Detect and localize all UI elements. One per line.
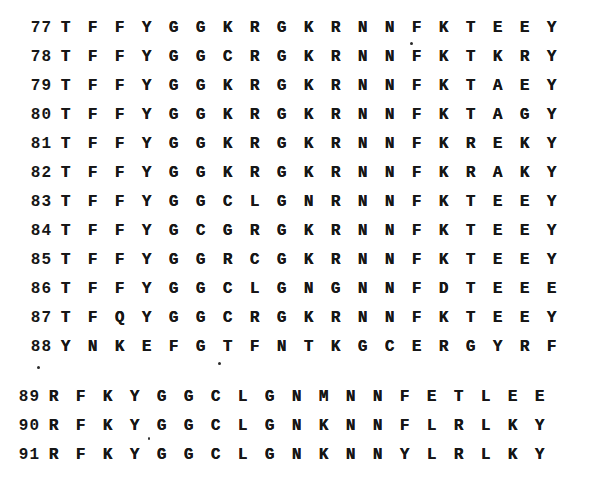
residue-cell: K — [430, 309, 457, 327]
residue-cell: N — [349, 309, 376, 327]
residue-cell: R — [241, 19, 268, 37]
row-number: 86 — [0, 280, 52, 298]
residue-cell: N — [376, 280, 403, 298]
row-number: 82 — [0, 164, 52, 182]
residue-cell: Y — [538, 135, 565, 153]
residue-cell: F — [403, 280, 430, 298]
residue-cell: Y — [133, 309, 160, 327]
residue-cell: G — [160, 280, 187, 298]
residue-cell: F — [403, 222, 430, 240]
scan-speck — [37, 366, 40, 369]
residue-cell: F — [403, 77, 430, 95]
residue-cell: R — [241, 164, 268, 182]
residue-cell: G — [268, 309, 295, 327]
sequence-row: 86TFFYGGCLGNGNNFDTEEE — [0, 274, 565, 303]
residue-cell: L — [229, 388, 256, 406]
residue-cell: K — [295, 251, 322, 269]
residue-cell: G — [349, 338, 376, 356]
residue-cell: R — [241, 106, 268, 124]
residue-cell: Y — [526, 417, 553, 435]
residue-cell: R — [40, 446, 67, 464]
residue-cell: F — [79, 193, 106, 211]
residue-cell: Y — [538, 222, 565, 240]
residue-cell: K — [94, 417, 121, 435]
residue-cell: Y — [121, 388, 148, 406]
residue-cell: F — [106, 193, 133, 211]
residue-cell: Y — [133, 106, 160, 124]
residue-cell: G — [160, 77, 187, 95]
residue-cell: Y — [538, 164, 565, 182]
residue-cell: N — [349, 280, 376, 298]
sequence-row: 87TFQYGGCRGKRNNFKTEEY — [0, 303, 565, 332]
residue-cell: C — [202, 388, 229, 406]
residue-cell: T — [457, 309, 484, 327]
residue-cell: G — [187, 77, 214, 95]
row-number: 85 — [0, 251, 52, 269]
sequence-row: 91RFKYGGCLGNKNNYLRLKY — [0, 440, 565, 469]
residue-cell: K — [295, 19, 322, 37]
residue-cell: T — [52, 193, 79, 211]
residue-cell: G — [268, 222, 295, 240]
residue-cell: F — [106, 251, 133, 269]
residue-cell: R — [322, 77, 349, 95]
residue-cell: F — [79, 280, 106, 298]
row-number: 84 — [0, 222, 52, 240]
residue-cell: G — [268, 193, 295, 211]
residue-cell: Y — [391, 446, 418, 464]
residue-cell: R — [322, 193, 349, 211]
residue-cell: Y — [133, 193, 160, 211]
row-number: 91 — [0, 446, 40, 464]
residue-cell: G — [268, 77, 295, 95]
residue-cell: N — [349, 222, 376, 240]
residue-cell: A — [484, 77, 511, 95]
residue-cell: E — [511, 280, 538, 298]
residue-cell: Y — [52, 338, 79, 356]
residue-cell: N — [349, 164, 376, 182]
residue-cell: N — [376, 106, 403, 124]
residue-cell: K — [499, 417, 526, 435]
residue-cell: F — [106, 164, 133, 182]
residue-cell: C — [214, 48, 241, 66]
residue-cell: K — [295, 309, 322, 327]
residue-cell: G — [511, 106, 538, 124]
residue-cell: R — [241, 135, 268, 153]
residue-cell: T — [52, 48, 79, 66]
residue-cell: K — [430, 164, 457, 182]
residue-cell: K — [310, 417, 337, 435]
residue-cell: C — [187, 222, 214, 240]
residue-cell: N — [376, 135, 403, 153]
residue-cell: G — [160, 106, 187, 124]
residue-cell: F — [79, 106, 106, 124]
residue-cell: F — [79, 48, 106, 66]
residue-cell: F — [79, 222, 106, 240]
residue-cell: L — [229, 446, 256, 464]
residue-cell: G — [160, 19, 187, 37]
residue-cell: R — [457, 135, 484, 153]
residue-cell: R — [241, 77, 268, 95]
residue-cell: G — [160, 135, 187, 153]
residue-cell: N — [349, 251, 376, 269]
scan-speck — [218, 362, 221, 365]
residue-cell: F — [106, 19, 133, 37]
residue-cell: G — [268, 135, 295, 153]
residue-cell: G — [268, 48, 295, 66]
residue-cell: K — [106, 338, 133, 356]
residue-cell: K — [511, 135, 538, 153]
residue-cell: F — [403, 19, 430, 37]
residue-cell: F — [106, 48, 133, 66]
sequence-row: 84TFFYGCGRGKRNNFKTEEY — [0, 216, 565, 245]
residue-cell: Y — [121, 446, 148, 464]
residue-cell: N — [349, 77, 376, 95]
residue-cell: T — [457, 77, 484, 95]
residue-cell: G — [175, 446, 202, 464]
residue-cell: F — [106, 106, 133, 124]
residue-cell: G — [268, 19, 295, 37]
residue-cell: R — [40, 388, 67, 406]
residue-cell: G — [160, 251, 187, 269]
residue-cell: R — [322, 309, 349, 327]
residue-cell: R — [322, 106, 349, 124]
residue-cell: N — [364, 446, 391, 464]
residue-cell: G — [187, 48, 214, 66]
residue-cell: E — [511, 19, 538, 37]
residue-cell: K — [295, 77, 322, 95]
residue-cell: C — [214, 193, 241, 211]
residue-cell: T — [52, 77, 79, 95]
residue-cell: K — [94, 388, 121, 406]
residue-cell: E — [511, 77, 538, 95]
residue-cell: R — [241, 222, 268, 240]
residue-cell: R — [241, 48, 268, 66]
residue-cell: F — [106, 135, 133, 153]
residue-cell: K — [499, 446, 526, 464]
residue-cell: G — [187, 309, 214, 327]
residue-cell: N — [376, 193, 403, 211]
residue-cell: K — [214, 106, 241, 124]
residue-cell: K — [94, 446, 121, 464]
residue-cell: F — [160, 338, 187, 356]
residue-cell: G — [148, 417, 175, 435]
residue-cell: G — [148, 446, 175, 464]
residue-cell: K — [430, 193, 457, 211]
residue-cell: G — [160, 48, 187, 66]
residue-cell: F — [403, 251, 430, 269]
residue-cell: K — [322, 338, 349, 356]
residue-cell: N — [79, 338, 106, 356]
residue-cell: E — [538, 280, 565, 298]
residue-cell: F — [241, 338, 268, 356]
residue-cell: D — [430, 280, 457, 298]
residue-cell: E — [484, 280, 511, 298]
residue-cell: F — [79, 164, 106, 182]
residue-cell: E — [511, 222, 538, 240]
residue-cell: F — [403, 164, 430, 182]
row-number: 77 — [0, 19, 52, 37]
row-number: 87 — [0, 309, 52, 327]
residue-cell: N — [349, 106, 376, 124]
residue-cell: N — [349, 48, 376, 66]
residue-cell: E — [511, 193, 538, 211]
residue-cell: L — [472, 446, 499, 464]
residue-cell: R — [430, 338, 457, 356]
residue-cell: N — [376, 164, 403, 182]
residue-cell: R — [445, 417, 472, 435]
row-number: 79 — [0, 77, 52, 95]
residue-cell: N — [376, 309, 403, 327]
residue-cell: N — [337, 446, 364, 464]
residue-cell: Y — [133, 135, 160, 153]
residue-cell: E — [484, 193, 511, 211]
residue-cell: G — [187, 135, 214, 153]
residue-cell: G — [322, 280, 349, 298]
residue-cell: Y — [133, 251, 160, 269]
residue-cell: R — [322, 48, 349, 66]
residue-cell: G — [160, 309, 187, 327]
residue-cell: E — [511, 309, 538, 327]
residue-cell: C — [202, 446, 229, 464]
residue-cell: Y — [133, 77, 160, 95]
residue-cell: K — [430, 48, 457, 66]
residue-cell: L — [229, 417, 256, 435]
residue-cell: G — [160, 222, 187, 240]
residue-cell: R — [511, 338, 538, 356]
residue-cell: R — [445, 446, 472, 464]
residue-cell: N — [349, 135, 376, 153]
residue-cell: F — [79, 135, 106, 153]
residue-cell: G — [268, 106, 295, 124]
residue-cell: K — [430, 135, 457, 153]
residue-cell: N — [337, 417, 364, 435]
residue-cell: Y — [133, 222, 160, 240]
residue-cell: T — [52, 135, 79, 153]
residue-cell: G — [268, 251, 295, 269]
residue-cell: K — [484, 48, 511, 66]
residue-cell: N — [295, 280, 322, 298]
residue-cell: G — [148, 388, 175, 406]
residue-cell: G — [268, 164, 295, 182]
residue-cell: F — [67, 388, 94, 406]
residue-cell: G — [187, 338, 214, 356]
residue-cell: R — [40, 417, 67, 435]
residue-cell: T — [295, 338, 322, 356]
residue-cell: F — [403, 309, 430, 327]
residue-cell: R — [214, 251, 241, 269]
residue-cell: G — [457, 338, 484, 356]
sequence-row: 89RFKYGGCLGNMNNFETLEE — [0, 382, 565, 411]
residue-cell: C — [241, 251, 268, 269]
row-number: 88 — [0, 338, 52, 356]
residue-cell: R — [322, 135, 349, 153]
residue-cell: G — [175, 417, 202, 435]
sequence-row: 82TFFYGGKRGKRNNFKRAKY — [0, 158, 565, 187]
residue-cell: Y — [538, 193, 565, 211]
residue-cell: T — [445, 388, 472, 406]
sequence-row: 90RFKYGGCLGNKNNFLRLKY — [0, 411, 565, 440]
residue-cell: F — [403, 135, 430, 153]
residue-cell: L — [472, 388, 499, 406]
residue-cell: T — [52, 19, 79, 37]
residue-cell: E — [133, 338, 160, 356]
residue-cell: F — [106, 77, 133, 95]
residue-cell: K — [295, 222, 322, 240]
residue-cell: G — [256, 388, 283, 406]
sequence-row: 88YNKEFGTFNTKGCERGYRF — [0, 332, 565, 361]
residue-cell: T — [52, 251, 79, 269]
row-number: 81 — [0, 135, 52, 153]
residue-cell: Y — [133, 164, 160, 182]
residue-cell: Y — [133, 19, 160, 37]
residue-cell: E — [418, 388, 445, 406]
residue-cell: Y — [538, 106, 565, 124]
residue-cell: K — [430, 251, 457, 269]
residue-cell: F — [79, 309, 106, 327]
residue-cell: Y — [538, 19, 565, 37]
residue-cell: L — [418, 446, 445, 464]
residue-cell: K — [430, 222, 457, 240]
residue-cell: F — [106, 222, 133, 240]
residue-cell: K — [310, 446, 337, 464]
residue-cell: G — [187, 164, 214, 182]
residue-cell: C — [202, 417, 229, 435]
residue-cell: N — [283, 388, 310, 406]
residue-cell: N — [364, 388, 391, 406]
residue-cell: G — [256, 446, 283, 464]
scan-speck — [410, 42, 413, 45]
residue-cell: K — [214, 77, 241, 95]
residue-cell: G — [160, 164, 187, 182]
residue-cell: N — [376, 77, 403, 95]
residue-cell: G — [268, 280, 295, 298]
sequence-row: 81TFFYGGKRGKRNNFKREKY — [0, 129, 565, 158]
residue-cell: Y — [538, 309, 565, 327]
residue-cell: E — [484, 222, 511, 240]
residue-cell: N — [349, 19, 376, 37]
row-number: 78 — [0, 48, 52, 66]
residue-cell: R — [241, 309, 268, 327]
residue-cell: K — [295, 135, 322, 153]
sequence-rows: 77TFFYGGKRGKRNNFKTEEY78TFFYGGCRGKRNNFKTK… — [0, 13, 565, 469]
residue-cell: K — [214, 164, 241, 182]
residue-cell: A — [484, 106, 511, 124]
residue-cell: F — [79, 251, 106, 269]
residue-cell: R — [511, 48, 538, 66]
residue-cell: T — [52, 280, 79, 298]
sequence-row: 77TFFYGGKRGKRNNFKTEEY — [0, 13, 565, 42]
residue-cell: F — [79, 77, 106, 95]
residue-cell: F — [538, 338, 565, 356]
row-number: 80 — [0, 106, 52, 124]
sequence-row: 85TFFYGGRCGKRNNFKTEEY — [0, 245, 565, 274]
sequence-row: 80TFFYGGKRGKRNNFKTAGY — [0, 100, 565, 129]
residue-cell: C — [214, 280, 241, 298]
sequence-figure: 77TFFYGGKRGKRNNFKTEEY78TFFYGGCRGKRNNFKTK… — [0, 0, 616, 500]
residue-cell: R — [322, 164, 349, 182]
residue-cell: G — [187, 19, 214, 37]
residue-cell: K — [430, 106, 457, 124]
residue-cell: R — [457, 164, 484, 182]
residue-cell: F — [403, 193, 430, 211]
row-number: 89 — [0, 388, 40, 406]
residue-cell: T — [457, 48, 484, 66]
residue-cell: E — [499, 388, 526, 406]
residue-cell: F — [67, 446, 94, 464]
sequence-row: 83TFFYGGCLGNRNNFKTEEY — [0, 187, 565, 216]
residue-cell: G — [187, 251, 214, 269]
residue-cell: T — [214, 338, 241, 356]
residue-cell: Y — [538, 251, 565, 269]
residue-cell: Y — [526, 446, 553, 464]
residue-cell: N — [376, 19, 403, 37]
residue-cell: K — [430, 19, 457, 37]
residue-cell: F — [106, 280, 133, 298]
residue-cell: K — [214, 135, 241, 153]
residue-cell: T — [457, 222, 484, 240]
residue-cell: Y — [133, 48, 160, 66]
row-number: 90 — [0, 417, 40, 435]
residue-cell: K — [214, 19, 241, 37]
residue-cell: A — [484, 164, 511, 182]
residue-cell: F — [403, 106, 430, 124]
residue-cell: T — [52, 309, 79, 327]
residue-cell: K — [511, 164, 538, 182]
residue-cell: T — [457, 19, 484, 37]
residue-cell: M — [310, 388, 337, 406]
residue-cell: G — [256, 417, 283, 435]
residue-cell: F — [391, 417, 418, 435]
residue-cell: G — [187, 193, 214, 211]
residue-cell: T — [457, 193, 484, 211]
residue-cell: N — [283, 446, 310, 464]
residue-cell: E — [526, 388, 553, 406]
sequence-row: 78TFFYGGCRGKRNNFKTKRY — [0, 42, 565, 71]
residue-cell: F — [67, 417, 94, 435]
residue-cell: K — [430, 77, 457, 95]
scan-speck — [148, 437, 150, 440]
residue-cell: Y — [538, 77, 565, 95]
residue-cell: N — [268, 338, 295, 356]
residue-cell: F — [79, 19, 106, 37]
residue-cell: T — [457, 251, 484, 269]
residue-cell: N — [376, 222, 403, 240]
residue-cell: L — [418, 417, 445, 435]
residue-cell: K — [295, 48, 322, 66]
residue-cell: T — [457, 106, 484, 124]
residue-cell: K — [295, 164, 322, 182]
residue-cell: Y — [121, 417, 148, 435]
residue-cell: N — [349, 193, 376, 211]
residue-cell: G — [187, 280, 214, 298]
residue-cell: N — [283, 417, 310, 435]
residue-cell: Y — [133, 280, 160, 298]
residue-cell: R — [322, 19, 349, 37]
residue-cell: N — [364, 417, 391, 435]
residue-cell: Y — [484, 338, 511, 356]
residue-cell: E — [511, 251, 538, 269]
residue-cell: E — [484, 309, 511, 327]
row-number: 83 — [0, 193, 52, 211]
residue-cell: T — [52, 106, 79, 124]
residue-cell: Q — [106, 309, 133, 327]
residue-cell: L — [241, 193, 268, 211]
residue-cell: G — [187, 106, 214, 124]
residue-cell: L — [241, 280, 268, 298]
residue-cell: R — [322, 222, 349, 240]
residue-cell: E — [484, 251, 511, 269]
residue-cell: C — [214, 309, 241, 327]
